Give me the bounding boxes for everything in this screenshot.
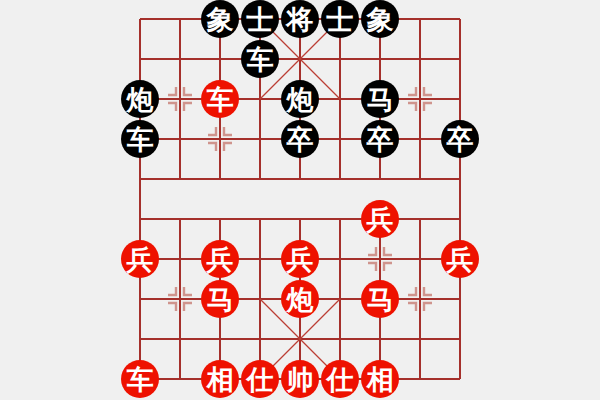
piece-red-elephant[interactable]: 相 [201,360,239,398]
pieces-layer: 象士将士象车炮车炮马车卒卒卒兵兵兵兵兵马炮马车相仕帅仕相 [0,0,600,400]
piece-black-advisor[interactable]: 士 [321,0,359,38]
piece-red-chariot[interactable]: 车 [121,360,159,398]
piece-black-horse[interactable]: 马 [361,80,399,118]
piece-red-soldier[interactable]: 兵 [121,240,159,278]
piece-red-soldier[interactable]: 兵 [441,240,479,278]
piece-black-cannon[interactable]: 炮 [281,80,319,118]
piece-red-advisor[interactable]: 仕 [321,360,359,398]
piece-black-advisor[interactable]: 士 [241,0,279,38]
piece-black-soldier[interactable]: 卒 [361,120,399,158]
piece-black-cannon[interactable]: 炮 [121,80,159,118]
piece-red-chariot[interactable]: 车 [201,80,239,118]
piece-black-soldier[interactable]: 卒 [441,120,479,158]
piece-black-elephant[interactable]: 象 [201,0,239,38]
piece-red-horse[interactable]: 马 [201,280,239,318]
piece-red-soldier[interactable]: 兵 [201,240,239,278]
piece-black-general[interactable]: 将 [281,0,319,38]
xiangqi-screen: 象士将士象车炮车炮马车卒卒卒兵兵兵兵兵马炮马车相仕帅仕相 [0,0,600,400]
piece-red-elephant[interactable]: 相 [361,360,399,398]
piece-black-elephant[interactable]: 象 [361,0,399,38]
piece-black-chariot[interactable]: 车 [241,40,279,78]
piece-red-cannon[interactable]: 炮 [281,280,319,318]
piece-red-general[interactable]: 帅 [281,360,319,398]
piece-black-soldier[interactable]: 卒 [281,120,319,158]
piece-red-advisor[interactable]: 仕 [241,360,279,398]
piece-red-horse[interactable]: 马 [361,280,399,318]
piece-red-soldier[interactable]: 兵 [281,240,319,278]
piece-black-chariot[interactable]: 车 [121,120,159,158]
piece-red-soldier[interactable]: 兵 [361,200,399,238]
